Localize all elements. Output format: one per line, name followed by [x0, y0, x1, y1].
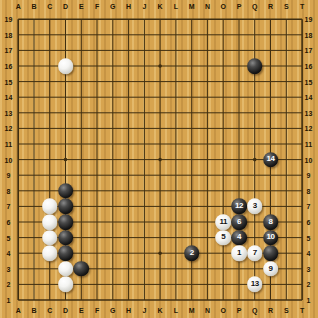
stone-white-Q2[interactable]: 13 — [247, 277, 263, 293]
stone-white-Q4[interactable]: 7 — [247, 245, 263, 261]
col-label-top-R: R — [268, 2, 273, 9]
col-label-bottom-D: D — [63, 306, 68, 313]
row-label-right-1: 1 — [307, 297, 311, 304]
go-board[interactable]: AABBCCDDEEFFGGHHJJKKLLMMNNOOPPQQRRSSTT19… — [0, 0, 318, 318]
row-label-left-12: 12 — [5, 125, 13, 132]
row-label-right-11: 11 — [305, 141, 312, 148]
col-label-top-E: E — [79, 2, 84, 9]
row-label-left-13: 13 — [5, 109, 13, 116]
star-point — [158, 64, 162, 68]
row-label-left-6: 6 — [7, 219, 11, 226]
row-label-left-5: 5 — [7, 234, 11, 241]
star-point — [253, 158, 257, 162]
row-label-left-9: 9 — [7, 172, 11, 179]
row-label-right-15: 15 — [305, 78, 313, 85]
col-label-top-S: S — [284, 2, 289, 9]
col-label-top-J: J — [142, 2, 146, 9]
row-label-left-7: 7 — [7, 203, 11, 210]
row-label-right-7: 7 — [307, 203, 311, 210]
row-label-left-10: 10 — [5, 156, 13, 163]
row-label-left-11: 11 — [5, 141, 12, 148]
col-label-top-H: H — [126, 2, 131, 9]
stone-black-D7[interactable] — [58, 199, 74, 215]
row-label-right-6: 6 — [307, 219, 311, 226]
row-label-right-10: 10 — [305, 156, 313, 163]
col-label-top-Q: Q — [252, 2, 257, 9]
stone-white-C5[interactable] — [42, 230, 58, 246]
move-number: 8 — [269, 218, 273, 226]
stone-black-P6[interactable]: 6 — [231, 214, 247, 230]
col-label-bottom-L: L — [174, 306, 178, 313]
col-label-top-F: F — [95, 2, 99, 9]
col-label-top-D: D — [63, 2, 68, 9]
col-label-bottom-Q: Q — [252, 306, 257, 313]
col-label-top-O: O — [220, 2, 225, 9]
col-label-bottom-T: T — [300, 306, 304, 313]
move-number: 9 — [269, 265, 273, 273]
move-number: 11 — [219, 218, 226, 226]
star-point — [158, 251, 162, 255]
stone-white-O5[interactable]: 5 — [215, 230, 231, 246]
move-number: 6 — [237, 218, 241, 226]
col-label-bottom-N: N — [205, 306, 210, 313]
stone-black-M4[interactable]: 2 — [184, 245, 200, 261]
col-label-bottom-H: H — [126, 306, 131, 313]
col-label-bottom-C: C — [47, 306, 52, 313]
col-label-bottom-F: F — [95, 306, 99, 313]
star-point — [64, 158, 68, 162]
col-label-bottom-P: P — [237, 306, 242, 313]
row-label-right-19: 19 — [305, 16, 313, 23]
row-label-right-9: 9 — [307, 172, 311, 179]
stone-black-R10[interactable]: 14 — [263, 152, 279, 168]
col-label-top-T: T — [300, 2, 304, 9]
stone-white-C4[interactable] — [42, 245, 58, 261]
row-label-left-2: 2 — [7, 281, 11, 288]
star-point — [158, 158, 162, 162]
col-label-top-N: N — [205, 2, 210, 9]
stone-white-C6[interactable] — [42, 214, 58, 230]
col-label-bottom-A: A — [16, 306, 21, 313]
row-label-right-18: 18 — [305, 31, 313, 38]
move-number: 14 — [267, 156, 275, 164]
col-label-top-C: C — [47, 2, 52, 9]
col-label-top-K: K — [158, 2, 163, 9]
move-number: 3 — [253, 202, 257, 210]
stone-black-D8[interactable] — [58, 183, 74, 199]
row-label-right-17: 17 — [305, 47, 313, 54]
stone-white-Q7[interactable]: 3 — [247, 199, 263, 215]
row-label-left-3: 3 — [7, 265, 11, 272]
col-label-bottom-G: G — [110, 306, 115, 313]
stone-black-R5[interactable]: 10 — [263, 230, 279, 246]
col-label-bottom-O: O — [220, 306, 225, 313]
stone-black-Q16[interactable] — [247, 58, 263, 74]
move-number: 10 — [267, 234, 275, 242]
stone-white-D2[interactable] — [58, 277, 74, 293]
row-label-right-12: 12 — [305, 125, 313, 132]
row-label-right-2: 2 — [307, 281, 311, 288]
stone-white-R3[interactable]: 9 — [263, 261, 279, 277]
col-label-bottom-K: K — [158, 306, 163, 313]
stone-black-R4[interactable] — [263, 245, 279, 261]
move-number: 2 — [190, 249, 194, 257]
col-label-bottom-R: R — [268, 306, 273, 313]
row-label-left-4: 4 — [7, 250, 11, 257]
row-label-right-16: 16 — [305, 63, 313, 70]
row-label-right-4: 4 — [307, 250, 311, 257]
row-label-right-3: 3 — [307, 265, 311, 272]
stone-black-P7[interactable]: 12 — [231, 199, 247, 215]
row-label-right-14: 14 — [305, 94, 313, 101]
move-number: 1 — [237, 249, 241, 257]
row-label-left-14: 14 — [5, 94, 13, 101]
row-label-right-13: 13 — [305, 109, 313, 116]
col-label-top-M: M — [189, 2, 195, 9]
move-number: 12 — [235, 202, 243, 210]
stone-white-C7[interactable] — [42, 199, 58, 215]
col-label-bottom-B: B — [31, 306, 36, 313]
row-label-left-8: 8 — [7, 187, 11, 194]
col-label-bottom-S: S — [284, 306, 289, 313]
col-label-top-G: G — [110, 2, 115, 9]
row-label-left-15: 15 — [5, 78, 13, 85]
row-label-right-8: 8 — [307, 187, 311, 194]
move-number: 5 — [221, 234, 225, 242]
row-label-left-18: 18 — [5, 31, 13, 38]
stone-black-R6[interactable]: 8 — [263, 214, 279, 230]
stone-black-D4[interactable] — [58, 245, 74, 261]
col-label-bottom-E: E — [79, 306, 84, 313]
stone-black-D5[interactable] — [58, 230, 74, 246]
col-label-top-B: B — [31, 2, 36, 9]
col-label-bottom-M: M — [189, 306, 195, 313]
row-label-left-1: 1 — [7, 297, 11, 304]
move-number: 7 — [253, 249, 257, 257]
move-number: 4 — [237, 234, 241, 242]
stone-white-O6[interactable]: 11 — [215, 214, 231, 230]
row-label-left-17: 17 — [5, 47, 13, 54]
col-label-top-P: P — [237, 2, 242, 9]
row-label-left-19: 19 — [5, 16, 13, 23]
stone-black-D6[interactable] — [58, 214, 74, 230]
stone-black-E3[interactable] — [73, 261, 89, 277]
col-label-top-A: A — [16, 2, 21, 9]
stone-black-P5[interactable]: 4 — [231, 230, 247, 246]
col-label-top-L: L — [174, 2, 178, 9]
stone-white-P4[interactable]: 1 — [231, 245, 247, 261]
stone-white-D16[interactable] — [58, 58, 74, 74]
move-number: 13 — [251, 280, 259, 288]
stone-white-D3[interactable] — [58, 261, 74, 277]
row-label-right-5: 5 — [307, 234, 311, 241]
row-label-left-16: 16 — [5, 63, 13, 70]
col-label-bottom-J: J — [142, 306, 146, 313]
